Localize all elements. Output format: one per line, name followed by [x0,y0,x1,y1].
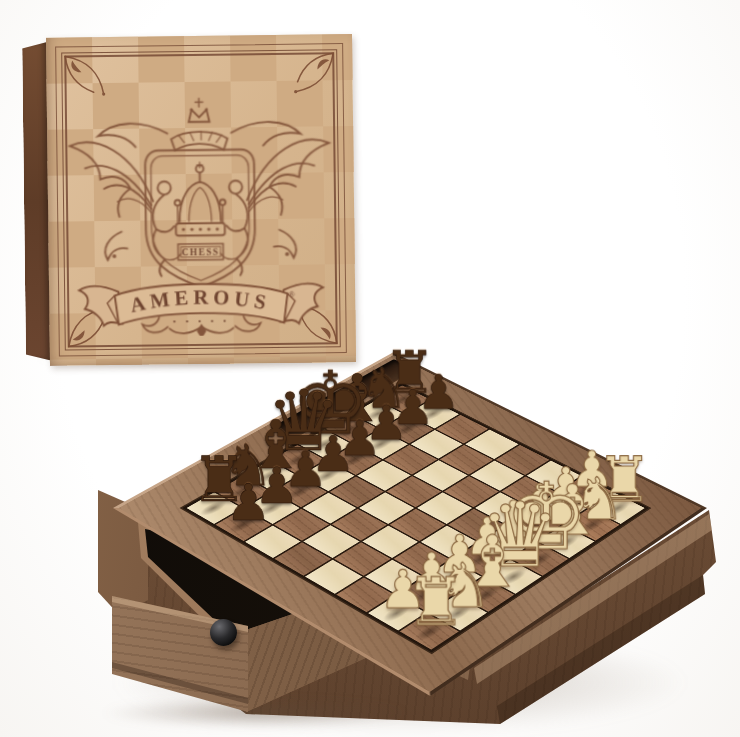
crown-icon [174,162,226,236]
piece-black-pawn: ♟ [203,427,294,528]
piece-white-rook: ♜ [388,528,484,635]
crest-shield [145,149,256,287]
wing-ornament-icon [70,142,154,218]
crown-icon [188,98,209,122]
chess-board: ♜♞♝♛♚♝♞♜♟♟♟♟♟♟♟♟♟♟♟♟♟♟♟♟♜♞♝♛♚♝♞♜ [113,352,707,696]
pieces-layer: ♜♞♝♛♚♝♞♜♟♟♟♟♟♟♟♟♟♟♟♟♟♟♟♟♜♞♝♛♚♝♞♜ [119,355,702,692]
box-plaque-label: CHESS [182,247,220,257]
product-photo-stage: CHESS AMEROUS ® • • • • • [0,0,740,737]
board-scene: ♜♞♝♛♚♝♞♜♟♟♟♟♟♟♟♟♟♟♟♟♟♟♟♟♜♞♝♛♚♝♞♜ [85,268,735,737]
